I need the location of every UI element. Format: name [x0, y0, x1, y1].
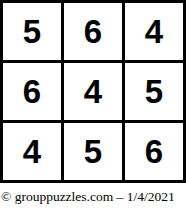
cell-r1c2: 6	[64, 3, 122, 60]
cell-r3c1: 4	[3, 123, 61, 180]
cell-r3c2: 5	[64, 123, 122, 180]
cell-r2c3: 5	[125, 63, 183, 120]
copyright-caption: © grouppuzzles.com – 1/4/2021	[0, 183, 186, 208]
cell-r1c1: 5	[3, 3, 61, 60]
cell-r1c3: 4	[125, 3, 183, 60]
puzzle-grid: 5 6 4 6 4 5 4 5 6	[0, 0, 186, 183]
cell-r2c1: 6	[3, 63, 61, 120]
cell-r2c2: 4	[64, 63, 122, 120]
cell-r3c3: 6	[125, 123, 183, 180]
